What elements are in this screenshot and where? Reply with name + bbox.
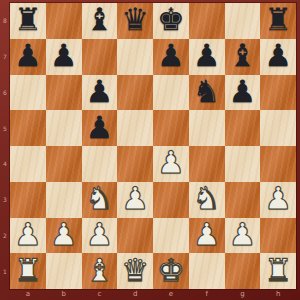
square-h1[interactable]: ♜ <box>260 253 296 289</box>
square-h7[interactable]: ♟ <box>260 39 296 75</box>
square-f6[interactable]: ♞ <box>189 75 225 111</box>
square-g8[interactable] <box>225 3 261 39</box>
square-e6[interactable] <box>153 75 189 111</box>
square-h6[interactable] <box>260 75 296 111</box>
square-e4[interactable]: ♟ <box>153 146 189 182</box>
square-a5[interactable] <box>10 110 46 146</box>
square-a1[interactable]: ♜ <box>10 253 46 289</box>
square-d5[interactable] <box>117 110 153 146</box>
piece-black-queen[interactable]: ♛ <box>121 4 149 35</box>
square-e8[interactable]: ♚ <box>153 3 189 39</box>
square-g6[interactable]: ♟ <box>225 75 261 111</box>
file-label-d: d <box>117 289 153 300</box>
square-c3[interactable]: ♞ <box>82 182 118 218</box>
piece-black-knight[interactable]: ♞ <box>193 76 221 107</box>
square-h5[interactable] <box>260 110 296 146</box>
piece-white-pawn[interactable]: ♟ <box>264 183 292 214</box>
file-label-b: b <box>46 289 82 300</box>
rank-label-8: 8 <box>0 3 10 39</box>
square-d2[interactable] <box>117 218 153 254</box>
chess-diagram: 87654321 ♜♝♛♚♜♟♟♟♟♝♟♟♞♟♟♟♞♟♞♟♟♟♟♟♟♜♝♛♚♜ … <box>0 0 300 300</box>
square-d3[interactable]: ♟ <box>117 182 153 218</box>
piece-white-pawn[interactable]: ♟ <box>121 183 149 214</box>
square-b5[interactable] <box>46 110 82 146</box>
file-label-g: g <box>225 289 261 300</box>
piece-black-pawn[interactable]: ♟ <box>264 40 292 71</box>
square-f3[interactable]: ♞ <box>189 182 225 218</box>
square-g2[interactable]: ♟ <box>225 218 261 254</box>
piece-black-pawn[interactable]: ♟ <box>85 76 113 107</box>
square-a4[interactable] <box>10 146 46 182</box>
square-d4[interactable] <box>117 146 153 182</box>
square-c1[interactable]: ♝ <box>82 253 118 289</box>
piece-white-bishop[interactable]: ♝ <box>85 255 113 286</box>
square-h8[interactable]: ♜ <box>260 3 296 39</box>
square-f7[interactable]: ♟ <box>189 39 225 75</box>
square-d8[interactable]: ♛ <box>117 3 153 39</box>
file-label-h: h <box>260 289 296 300</box>
square-c2[interactable]: ♟ <box>82 218 118 254</box>
square-g5[interactable] <box>225 110 261 146</box>
piece-white-knight[interactable]: ♞ <box>193 183 221 214</box>
square-b7[interactable]: ♟ <box>46 39 82 75</box>
square-b1[interactable] <box>46 253 82 289</box>
file-label-f: f <box>189 289 225 300</box>
square-a6[interactable] <box>10 75 46 111</box>
chess-board: ♜♝♛♚♜♟♟♟♟♝♟♟♞♟♟♟♞♟♞♟♟♟♟♟♟♜♝♛♚♜ <box>10 3 296 289</box>
rank-label-5: 5 <box>0 110 10 146</box>
file-label-a: a <box>10 289 46 300</box>
square-b6[interactable] <box>46 75 82 111</box>
square-g1[interactable] <box>225 253 261 289</box>
square-c8[interactable]: ♝ <box>82 3 118 39</box>
piece-black-pawn[interactable]: ♟ <box>85 112 113 143</box>
piece-white-rook[interactable]: ♜ <box>14 255 42 286</box>
square-a2[interactable]: ♟ <box>10 218 46 254</box>
square-g7[interactable]: ♝ <box>225 39 261 75</box>
square-h2[interactable] <box>260 218 296 254</box>
piece-white-pawn[interactable]: ♟ <box>228 219 256 250</box>
square-f8[interactable] <box>189 3 225 39</box>
square-e5[interactable] <box>153 110 189 146</box>
square-b4[interactable] <box>46 146 82 182</box>
rank-label-3: 3 <box>0 182 10 218</box>
square-c6[interactable]: ♟ <box>82 75 118 111</box>
square-b8[interactable] <box>46 3 82 39</box>
file-label-e: e <box>153 289 189 300</box>
piece-white-pawn[interactable]: ♟ <box>14 219 42 250</box>
square-c5[interactable]: ♟ <box>82 110 118 146</box>
square-g3[interactable] <box>225 182 261 218</box>
square-e7[interactable]: ♟ <box>153 39 189 75</box>
piece-black-rook[interactable]: ♜ <box>14 4 42 35</box>
rank-label-6: 6 <box>0 75 10 111</box>
piece-black-pawn[interactable]: ♟ <box>50 40 78 71</box>
rank-label-4: 4 <box>0 146 10 182</box>
square-d1[interactable]: ♛ <box>117 253 153 289</box>
square-f4[interactable] <box>189 146 225 182</box>
square-a8[interactable]: ♜ <box>10 3 46 39</box>
square-c7[interactable] <box>82 39 118 75</box>
rank-label-1: 1 <box>0 253 10 289</box>
square-f2[interactable]: ♟ <box>189 218 225 254</box>
square-g4[interactable] <box>225 146 261 182</box>
piece-white-pawn[interactable]: ♟ <box>193 219 221 250</box>
rank-label-7: 7 <box>0 39 10 75</box>
square-h4[interactable] <box>260 146 296 182</box>
piece-white-knight[interactable]: ♞ <box>85 183 113 214</box>
file-label-c: c <box>82 289 118 300</box>
square-h3[interactable]: ♟ <box>260 182 296 218</box>
square-b2[interactable]: ♟ <box>46 218 82 254</box>
rank-labels: 87654321 <box>0 3 10 289</box>
piece-white-pawn[interactable]: ♟ <box>157 147 185 178</box>
square-d7[interactable] <box>117 39 153 75</box>
piece-black-pawn[interactable]: ♟ <box>228 76 256 107</box>
piece-black-bishop[interactable]: ♝ <box>228 40 256 71</box>
piece-black-pawn[interactable]: ♟ <box>14 40 42 71</box>
piece-black-bishop[interactable]: ♝ <box>85 4 113 35</box>
square-b3[interactable] <box>46 182 82 218</box>
square-a3[interactable] <box>10 182 46 218</box>
piece-black-pawn[interactable]: ♟ <box>157 40 185 71</box>
piece-black-king[interactable]: ♚ <box>157 4 185 35</box>
square-c4[interactable] <box>82 146 118 182</box>
rank-label-2: 2 <box>0 218 10 254</box>
piece-white-pawn[interactable]: ♟ <box>50 219 78 250</box>
piece-white-queen[interactable]: ♛ <box>121 255 149 286</box>
piece-black-rook[interactable]: ♜ <box>264 4 292 35</box>
square-d6[interactable] <box>117 75 153 111</box>
square-f1[interactable] <box>189 253 225 289</box>
square-e3[interactable] <box>153 182 189 218</box>
square-f5[interactable] <box>189 110 225 146</box>
square-e1[interactable]: ♚ <box>153 253 189 289</box>
piece-black-pawn[interactable]: ♟ <box>193 40 221 71</box>
piece-white-rook[interactable]: ♜ <box>264 255 292 286</box>
piece-white-king[interactable]: ♚ <box>157 255 185 286</box>
square-a7[interactable]: ♟ <box>10 39 46 75</box>
file-labels: abcdefgh <box>10 289 296 300</box>
square-e2[interactable] <box>153 218 189 254</box>
piece-white-pawn[interactable]: ♟ <box>85 219 113 250</box>
